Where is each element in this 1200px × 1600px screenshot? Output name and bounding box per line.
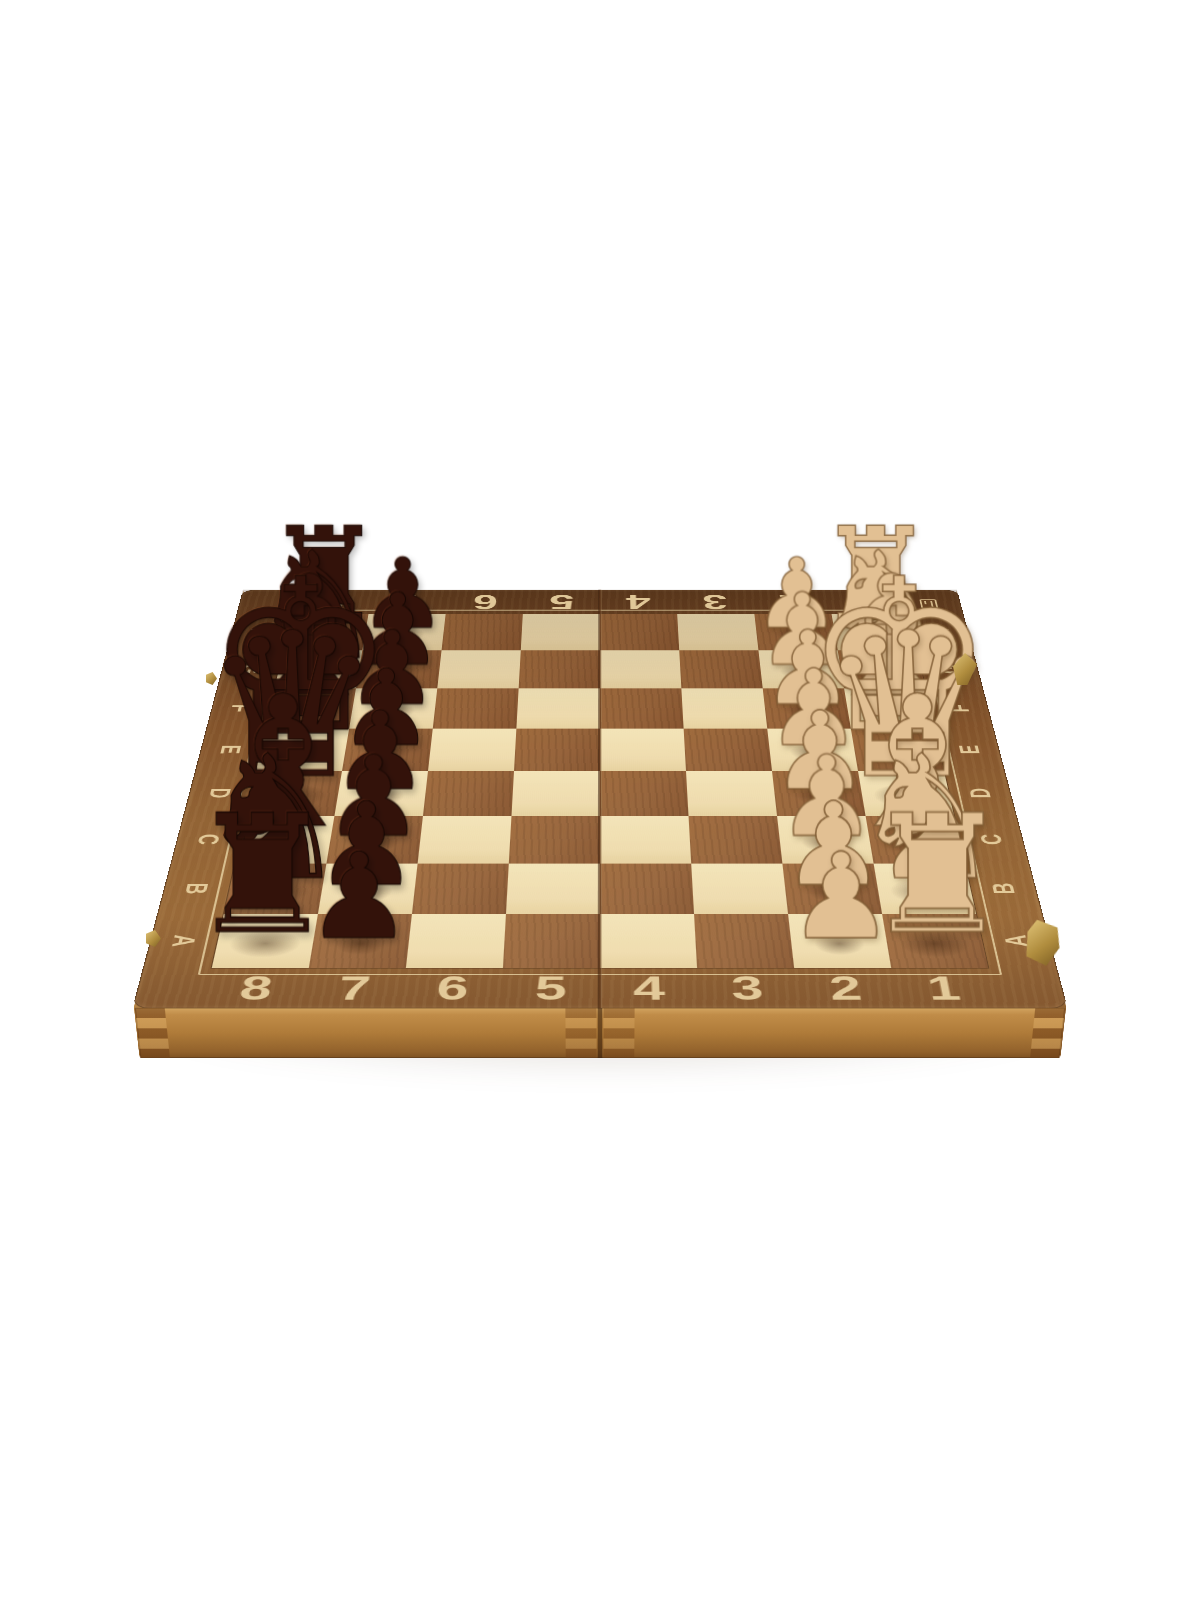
square-f4 [600,688,684,728]
square-e6 [428,729,516,771]
chessboard-scene: 87654321 87654321 HGFEDCBA HGFEDCBA ♜♞♝♛… [0,0,1200,1600]
square-h3 [677,614,758,650]
square-g5 [519,650,600,688]
product-photo: 87654321 87654321 HGFEDCBA HGFEDCBA ♜♞♝♛… [0,0,1200,1600]
square-g6 [437,650,520,688]
square-e4 [600,729,686,771]
square-f3 [681,688,767,728]
fold-seam-front [598,1008,603,1058]
piece-black-pawn-a7: ♟ [309,914,412,968]
box-side-front [135,1008,1066,1058]
black-pawn-icon: ♟ [306,838,413,957]
square-e3 [684,729,772,771]
square-e5 [514,729,600,771]
square-f6 [433,688,519,728]
square-h6 [442,614,523,650]
piece-black-rook-a8: ♜ [212,914,318,968]
finger-joint-center-left [565,1008,596,1058]
square-h5 [521,614,600,650]
piece-white-rook-a1: ♜ [882,914,988,968]
white-rook-icon: ♜ [864,793,1011,957]
finger-joint-right [1030,1008,1065,1058]
finger-joint-center-right [603,1008,634,1058]
square-f5 [516,688,600,728]
square-h4 [600,614,679,650]
square-g4 [600,650,681,688]
chess-board: 87654321 87654321 HGFEDCBA HGFEDCBA ♜♞♝♛… [132,590,1068,1009]
square-g3 [679,650,762,688]
finger-joint-left [135,1008,170,1058]
